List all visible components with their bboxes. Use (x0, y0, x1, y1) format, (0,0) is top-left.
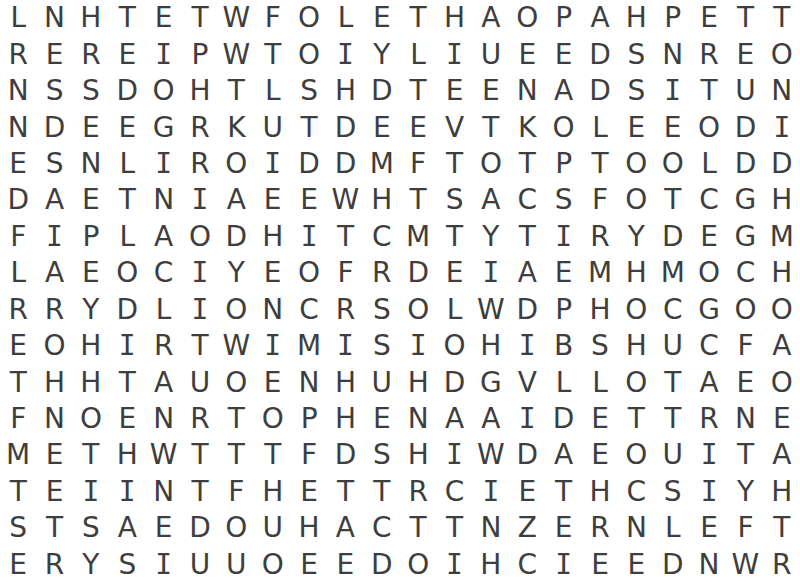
grid-cell[interactable]: D (364, 547, 400, 583)
grid-cell[interactable]: H (73, 328, 109, 364)
grid-cell[interactable]: G (727, 219, 763, 255)
grid-cell[interactable]: I (473, 474, 509, 510)
grid-cell[interactable]: E (618, 547, 654, 583)
grid-cell[interactable]: O (255, 401, 291, 437)
grid-cell[interactable]: M (655, 255, 691, 291)
grid-cell[interactable]: R (691, 401, 727, 437)
grid-cell[interactable]: U (727, 73, 763, 109)
grid-cell[interactable]: H (36, 364, 72, 400)
grid-cell[interactable]: A (36, 255, 72, 291)
grid-cell[interactable]: A (218, 182, 254, 218)
grid-cell[interactable]: D (436, 364, 472, 400)
grid-cell[interactable]: T (36, 510, 72, 546)
grid-cell[interactable]: T (436, 219, 472, 255)
grid-cell[interactable]: O (618, 146, 654, 182)
grid-cell[interactable]: H (73, 364, 109, 400)
grid-cell[interactable]: T (509, 146, 545, 182)
grid-cell[interactable]: F (0, 219, 36, 255)
grid-cell[interactable]: C (691, 182, 727, 218)
grid-cell[interactable]: R (182, 401, 218, 437)
grid-cell[interactable]: C (364, 219, 400, 255)
grid-cell[interactable]: N (509, 73, 545, 109)
grid-cell[interactable]: E (473, 73, 509, 109)
grid-cell[interactable]: W (327, 182, 363, 218)
grid-cell[interactable]: O (218, 292, 254, 328)
grid-cell[interactable]: N (145, 401, 181, 437)
grid-cell[interactable]: O (145, 73, 181, 109)
grid-cell[interactable]: E (73, 255, 109, 291)
grid-cell[interactable]: H (291, 510, 327, 546)
grid-cell[interactable]: F (0, 401, 36, 437)
grid-cell[interactable]: O (655, 146, 691, 182)
grid-cell[interactable]: F (255, 0, 291, 36)
grid-cell[interactable]: T (764, 510, 800, 546)
grid-cell[interactable]: H (473, 328, 509, 364)
grid-cell[interactable]: D (727, 146, 763, 182)
grid-cell[interactable]: C (727, 255, 763, 291)
grid-cell[interactable]: T (509, 219, 545, 255)
grid-cell[interactable]: F (218, 474, 254, 510)
grid-cell[interactable]: S (0, 510, 36, 546)
grid-cell[interactable]: O (255, 547, 291, 583)
grid-cell[interactable]: D (327, 437, 363, 473)
grid-cell[interactable]: E (291, 182, 327, 218)
grid-cell[interactable]: D (109, 292, 145, 328)
grid-cell[interactable]: T (255, 437, 291, 473)
grid-cell[interactable]: I (36, 219, 72, 255)
grid-cell[interactable]: O (618, 364, 654, 400)
grid-cell[interactable]: R (36, 547, 72, 583)
grid-cell[interactable]: I (73, 474, 109, 510)
grid-cell[interactable]: E (73, 109, 109, 145)
grid-cell[interactable]: I (509, 401, 545, 437)
grid-cell[interactable]: S (364, 328, 400, 364)
grid-cell[interactable]: N (764, 73, 800, 109)
grid-cell[interactable]: D (327, 109, 363, 145)
grid-cell[interactable]: T (291, 109, 327, 145)
grid-cell[interactable]: A (145, 364, 181, 400)
grid-cell[interactable]: O (218, 510, 254, 546)
grid-cell[interactable]: T (218, 437, 254, 473)
grid-cell[interactable]: R (0, 36, 36, 72)
grid-cell[interactable]: I (545, 219, 581, 255)
grid-cell[interactable]: H (582, 474, 618, 510)
grid-cell[interactable]: T (655, 182, 691, 218)
grid-cell[interactable]: E (582, 547, 618, 583)
grid-cell[interactable]: W (218, 328, 254, 364)
grid-cell[interactable]: L (655, 510, 691, 546)
grid-cell[interactable]: N (691, 547, 727, 583)
grid-cell[interactable]: H (618, 255, 654, 291)
grid-cell[interactable]: O (291, 0, 327, 36)
grid-cell[interactable]: D (545, 401, 581, 437)
grid-cell[interactable]: O (618, 437, 654, 473)
grid-cell[interactable]: O (218, 364, 254, 400)
grid-cell[interactable]: L (145, 292, 181, 328)
grid-cell[interactable]: F (400, 146, 436, 182)
grid-cell[interactable]: E (582, 437, 618, 473)
grid-cell[interactable]: H (327, 73, 363, 109)
grid-cell[interactable]: I (255, 146, 291, 182)
grid-cell[interactable]: E (545, 510, 581, 546)
grid-cell[interactable]: M (291, 328, 327, 364)
grid-cell[interactable]: L (0, 255, 36, 291)
grid-cell[interactable]: R (182, 146, 218, 182)
grid-cell[interactable]: I (327, 328, 363, 364)
grid-cell[interactable]: T (109, 364, 145, 400)
grid-cell[interactable]: A (582, 0, 618, 36)
grid-cell[interactable]: L (436, 292, 472, 328)
grid-cell[interactable]: I (182, 182, 218, 218)
grid-cell[interactable]: T (400, 182, 436, 218)
grid-cell[interactable]: N (0, 73, 36, 109)
grid-cell[interactable]: H (400, 364, 436, 400)
grid-cell[interactable]: G (691, 292, 727, 328)
grid-cell[interactable]: I (545, 547, 581, 583)
grid-cell[interactable]: T (0, 474, 36, 510)
grid-cell[interactable]: W (218, 0, 254, 36)
grid-cell[interactable]: Y (73, 547, 109, 583)
grid-cell[interactable]: E (36, 437, 72, 473)
grid-cell[interactable]: L (582, 109, 618, 145)
grid-cell[interactable]: R (36, 292, 72, 328)
grid-cell[interactable]: E (73, 182, 109, 218)
grid-cell[interactable]: R (182, 109, 218, 145)
grid-cell[interactable]: P (545, 146, 581, 182)
grid-cell[interactable]: I (436, 36, 472, 72)
grid-cell[interactable]: D (218, 219, 254, 255)
grid-cell[interactable]: H (400, 437, 436, 473)
grid-cell[interactable]: C (655, 292, 691, 328)
grid-cell[interactable]: L (582, 364, 618, 400)
grid-cell[interactable]: T (109, 0, 145, 36)
grid-cell[interactable]: D (0, 182, 36, 218)
grid-cell[interactable]: D (655, 547, 691, 583)
grid-cell[interactable]: U (473, 36, 509, 72)
grid-cell[interactable]: W (145, 437, 181, 473)
grid-cell[interactable]: M (0, 437, 36, 473)
grid-cell[interactable]: D (364, 73, 400, 109)
grid-cell[interactable]: E (764, 401, 800, 437)
grid-cell[interactable]: E (655, 109, 691, 145)
grid-cell[interactable]: I (291, 219, 327, 255)
grid-cell[interactable]: T (218, 401, 254, 437)
grid-cell[interactable]: A (327, 510, 363, 546)
grid-cell[interactable]: P (291, 401, 327, 437)
grid-cell[interactable]: E (545, 36, 581, 72)
grid-cell[interactable]: B (545, 328, 581, 364)
grid-cell[interactable]: T (182, 328, 218, 364)
grid-cell[interactable]: H (764, 474, 800, 510)
grid-cell[interactable]: N (145, 182, 181, 218)
grid-cell[interactable]: E (109, 401, 145, 437)
grid-cell[interactable]: O (618, 182, 654, 218)
grid-cell[interactable]: A (36, 182, 72, 218)
grid-cell[interactable]: S (73, 510, 109, 546)
grid-cell[interactable]: I (509, 328, 545, 364)
grid-cell[interactable]: Y (364, 36, 400, 72)
grid-cell[interactable]: L (545, 364, 581, 400)
grid-cell[interactable]: S (109, 547, 145, 583)
grid-cell[interactable]: T (0, 364, 36, 400)
grid-cell[interactable]: O (291, 36, 327, 72)
grid-cell[interactable]: E (255, 182, 291, 218)
grid-cell[interactable]: O (109, 255, 145, 291)
grid-cell[interactable]: I (473, 255, 509, 291)
grid-cell[interactable]: I (109, 474, 145, 510)
grid-cell[interactable]: T (655, 401, 691, 437)
grid-cell[interactable]: E (291, 474, 327, 510)
grid-cell[interactable]: K (509, 109, 545, 145)
grid-cell[interactable]: O (691, 109, 727, 145)
grid-cell[interactable]: A (509, 255, 545, 291)
grid-cell[interactable]: R (145, 328, 181, 364)
grid-cell[interactable]: H (182, 73, 218, 109)
grid-cell[interactable]: A (545, 73, 581, 109)
grid-cell[interactable]: S (364, 292, 400, 328)
grid-cell[interactable]: A (545, 437, 581, 473)
grid-cell[interactable]: E (691, 510, 727, 546)
grid-cell[interactable]: G (473, 364, 509, 400)
grid-cell[interactable]: R (327, 292, 363, 328)
grid-cell[interactable]: D (727, 109, 763, 145)
grid-cell[interactable]: U (218, 547, 254, 583)
grid-cell[interactable]: G (145, 109, 181, 145)
grid-cell[interactable]: R (73, 36, 109, 72)
grid-cell[interactable]: D (509, 292, 545, 328)
grid-cell[interactable]: A (109, 510, 145, 546)
grid-cell[interactable]: H (364, 182, 400, 218)
grid-cell[interactable]: E (0, 328, 36, 364)
grid-cell[interactable]: F (582, 182, 618, 218)
grid-cell[interactable]: T (727, 0, 763, 36)
grid-cell[interactable]: L (0, 0, 36, 36)
grid-cell[interactable]: N (618, 510, 654, 546)
grid-cell[interactable]: Y (473, 219, 509, 255)
grid-cell[interactable]: O (400, 292, 436, 328)
grid-cell[interactable]: F (291, 437, 327, 473)
grid-cell[interactable]: W (727, 547, 763, 583)
grid-cell[interactable]: D (509, 437, 545, 473)
grid-cell[interactable]: O (727, 292, 763, 328)
grid-cell[interactable]: N (727, 401, 763, 437)
grid-cell[interactable]: E (509, 36, 545, 72)
grid-cell[interactable]: D (327, 146, 363, 182)
grid-cell[interactable]: T (400, 0, 436, 36)
grid-cell[interactable]: U (255, 510, 291, 546)
grid-cell[interactable]: H (436, 0, 472, 36)
grid-cell[interactable]: T (255, 36, 291, 72)
grid-cell[interactable]: N (255, 292, 291, 328)
grid-cell[interactable]: T (582, 146, 618, 182)
grid-cell[interactable]: I (691, 437, 727, 473)
grid-cell[interactable]: T (109, 182, 145, 218)
grid-cell[interactable]: M (364, 146, 400, 182)
grid-cell[interactable]: T (655, 364, 691, 400)
grid-cell[interactable]: D (582, 73, 618, 109)
grid-cell[interactable]: E (0, 146, 36, 182)
grid-cell[interactable]: D (400, 255, 436, 291)
grid-cell[interactable]: U (364, 364, 400, 400)
grid-cell[interactable]: E (36, 474, 72, 510)
grid-cell[interactable]: P (545, 292, 581, 328)
grid-cell[interactable]: I (655, 73, 691, 109)
grid-cell[interactable]: O (73, 401, 109, 437)
grid-cell[interactable]: C (291, 292, 327, 328)
grid-cell[interactable]: C (618, 474, 654, 510)
grid-cell[interactable]: I (145, 146, 181, 182)
grid-cell[interactable]: T (727, 437, 763, 473)
grid-cell[interactable]: E (691, 219, 727, 255)
grid-cell[interactable]: T (182, 474, 218, 510)
grid-cell[interactable]: N (400, 401, 436, 437)
grid-cell[interactable]: L (327, 0, 363, 36)
grid-cell[interactable]: E (145, 510, 181, 546)
grid-cell[interactable]: L (109, 146, 145, 182)
grid-cell[interactable]: D (182, 510, 218, 546)
grid-cell[interactable]: E (436, 255, 472, 291)
grid-cell[interactable]: F (327, 255, 363, 291)
grid-cell[interactable]: A (436, 401, 472, 437)
grid-cell[interactable]: D (109, 73, 145, 109)
grid-cell[interactable]: O (36, 328, 72, 364)
grid-cell[interactable]: E (109, 109, 145, 145)
grid-cell[interactable]: T (73, 437, 109, 473)
grid-cell[interactable]: R (691, 36, 727, 72)
grid-cell[interactable]: E (364, 0, 400, 36)
grid-cell[interactable]: S (618, 73, 654, 109)
grid-cell[interactable]: E (691, 0, 727, 36)
grid-cell[interactable]: I (109, 328, 145, 364)
grid-cell[interactable]: P (655, 0, 691, 36)
grid-cell[interactable]: I (145, 36, 181, 72)
grid-cell[interactable]: O (545, 109, 581, 145)
grid-cell[interactable]: T (400, 73, 436, 109)
grid-cell[interactable]: R (0, 292, 36, 328)
grid-cell[interactable]: R (582, 510, 618, 546)
grid-cell[interactable]: E (255, 364, 291, 400)
grid-cell[interactable]: T (364, 474, 400, 510)
grid-cell[interactable]: A (473, 0, 509, 36)
grid-cell[interactable]: T (218, 73, 254, 109)
grid-cell[interactable]: Y (727, 474, 763, 510)
grid-cell[interactable]: O (473, 146, 509, 182)
grid-cell[interactable]: H (618, 0, 654, 36)
grid-cell[interactable]: E (364, 109, 400, 145)
grid-cell[interactable]: H (618, 328, 654, 364)
grid-cell[interactable]: I (182, 255, 218, 291)
grid-cell[interactable]: O (764, 364, 800, 400)
grid-cell[interactable]: N (73, 146, 109, 182)
grid-cell[interactable]: E (364, 401, 400, 437)
grid-cell[interactable]: S (364, 437, 400, 473)
grid-cell[interactable]: M (582, 255, 618, 291)
grid-cell[interactable]: H (327, 364, 363, 400)
grid-cell[interactable]: I (436, 437, 472, 473)
grid-cell[interactable]: L (400, 36, 436, 72)
grid-cell[interactable]: A (691, 364, 727, 400)
grid-cell[interactable]: A (764, 437, 800, 473)
grid-cell[interactable]: N (145, 474, 181, 510)
grid-cell[interactable]: O (291, 255, 327, 291)
grid-cell[interactable]: H (473, 547, 509, 583)
grid-cell[interactable]: F (727, 510, 763, 546)
grid-cell[interactable]: N (0, 109, 36, 145)
grid-cell[interactable]: E (545, 255, 581, 291)
grid-cell[interactable]: A (145, 219, 181, 255)
grid-cell[interactable]: O (218, 146, 254, 182)
grid-cell[interactable]: H (73, 0, 109, 36)
grid-cell[interactable]: W (473, 437, 509, 473)
grid-cell[interactable]: I (145, 547, 181, 583)
grid-cell[interactable]: D (764, 146, 800, 182)
grid-cell[interactable]: T (618, 401, 654, 437)
grid-cell[interactable]: O (764, 292, 800, 328)
grid-cell[interactable]: A (764, 328, 800, 364)
grid-cell[interactable]: C (364, 510, 400, 546)
grid-cell[interactable]: P (73, 219, 109, 255)
grid-cell[interactable]: I (764, 109, 800, 145)
grid-cell[interactable]: K (218, 109, 254, 145)
grid-cell[interactable]: N (473, 510, 509, 546)
grid-cell[interactable]: Y (218, 255, 254, 291)
grid-cell[interactable]: T (327, 474, 363, 510)
grid-cell[interactable]: S (655, 474, 691, 510)
grid-cell[interactable]: S (545, 182, 581, 218)
grid-cell[interactable]: E (618, 109, 654, 145)
grid-cell[interactable]: O (509, 0, 545, 36)
grid-cell[interactable]: E (36, 36, 72, 72)
grid-cell[interactable]: H (764, 255, 800, 291)
grid-cell[interactable]: N (36, 0, 72, 36)
grid-cell[interactable]: L (691, 146, 727, 182)
grid-cell[interactable]: E (145, 0, 181, 36)
grid-cell[interactable]: F (727, 328, 763, 364)
grid-cell[interactable]: S (36, 146, 72, 182)
grid-cell[interactable]: O (691, 255, 727, 291)
grid-cell[interactable]: R (764, 547, 800, 583)
grid-cell[interactable]: H (255, 219, 291, 255)
grid-cell[interactable]: T (182, 0, 218, 36)
grid-cell[interactable]: S (618, 36, 654, 72)
grid-cell[interactable]: N (655, 36, 691, 72)
grid-cell[interactable]: H (327, 401, 363, 437)
grid-cell[interactable]: D (655, 219, 691, 255)
grid-cell[interactable]: T (691, 73, 727, 109)
grid-cell[interactable]: H (582, 292, 618, 328)
grid-cell[interactable]: O (764, 36, 800, 72)
grid-cell[interactable]: H (255, 474, 291, 510)
grid-cell[interactable]: M (400, 219, 436, 255)
grid-cell[interactable]: T (764, 0, 800, 36)
grid-cell[interactable]: C (509, 547, 545, 583)
grid-cell[interactable]: U (182, 364, 218, 400)
grid-cell[interactable]: V (509, 364, 545, 400)
grid-cell[interactable]: V (436, 109, 472, 145)
grid-cell[interactable]: S (36, 73, 72, 109)
grid-cell[interactable]: A (473, 401, 509, 437)
grid-cell[interactable]: R (582, 219, 618, 255)
grid-cell[interactable]: W (473, 292, 509, 328)
grid-cell[interactable]: O (618, 292, 654, 328)
grid-cell[interactable]: C (691, 328, 727, 364)
grid-cell[interactable]: S (582, 328, 618, 364)
grid-cell[interactable]: U (255, 109, 291, 145)
grid-cell[interactable]: H (764, 182, 800, 218)
grid-cell[interactable]: L (255, 73, 291, 109)
grid-cell[interactable]: E (291, 547, 327, 583)
grid-cell[interactable]: D (582, 36, 618, 72)
